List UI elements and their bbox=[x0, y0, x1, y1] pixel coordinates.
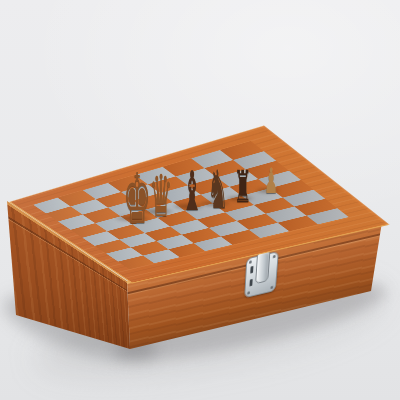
chess-piece-pawn: ♟ bbox=[264, 164, 278, 199]
chess-piece-king: ♚ bbox=[123, 164, 151, 234]
chess-piece-bishop: ♝ bbox=[181, 164, 203, 219]
chess-piece-knight: ♞ bbox=[207, 163, 228, 216]
chess-piece-rook: ♜ bbox=[234, 165, 252, 209]
latch-slot bbox=[250, 266, 253, 274]
chess-piece-queen: ♛ bbox=[149, 167, 172, 225]
latch bbox=[244, 251, 279, 298]
photo-scene: ♚♛♝♞♜♟ bbox=[0, 0, 400, 400]
